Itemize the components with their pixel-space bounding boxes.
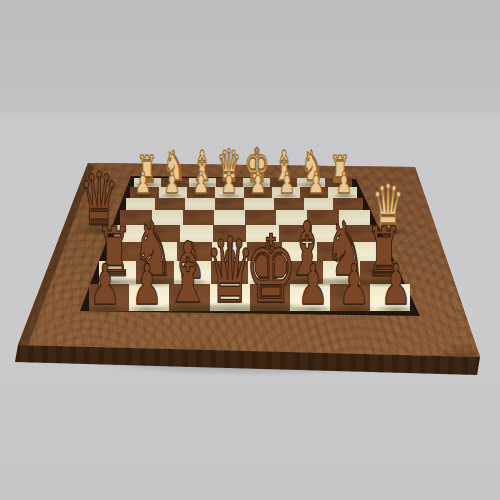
dark-pawn-glyph: ♟ — [380, 257, 411, 313]
dark-king-glyph: ♚ — [245, 222, 297, 316]
light-pawn-glyph: ♟ — [307, 168, 324, 198]
dark-pawn-glyph: ♟ — [339, 257, 370, 313]
dark-pawn-glyph: ♟ — [297, 257, 328, 313]
light-pawn-glyph: ♟ — [135, 168, 152, 198]
light-pawn-glyph: ♟ — [336, 168, 353, 198]
light-pawn-glyph: ♟ — [221, 168, 238, 198]
chess-photo-scene: ♜♞♝♛♚♝♞♜♟♟♟♟♟♟♟♟♛♛♜♞♟♟♟♝♞♜♟♟♝♛♚♟♟♟ — [0, 0, 500, 500]
pieces-layer: ♜♞♝♛♚♝♞♜♟♟♟♟♟♟♟♟♛♛♜♞♟♟♟♝♞♜♟♟♝♛♚♟♟♟ — [0, 0, 500, 500]
light-pawn-glyph: ♟ — [192, 168, 209, 198]
light-pawn-glyph: ♟ — [279, 168, 296, 198]
dark-pawn-glyph: ♟ — [90, 257, 121, 313]
light-pawn-glyph: ♟ — [250, 168, 267, 198]
light-pawn-glyph: ♟ — [164, 168, 181, 198]
